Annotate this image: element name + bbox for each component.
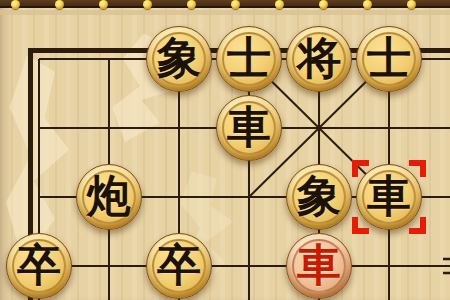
piece-face: 車 — [222, 101, 276, 155]
piece-face: 象 — [292, 170, 346, 224]
gold-stud-icon — [143, 0, 152, 9]
xiangqi-board[interactable]: 象士将士車炮象車卒卒車 — [0, 0, 450, 300]
piece-glyph: 象 — [157, 36, 201, 80]
selection-bracket — [409, 160, 426, 177]
piece-glyph: 象 — [297, 174, 341, 218]
board-frame-bar — [0, 0, 450, 8]
piece-black-advisor[interactable]: 士 — [356, 26, 422, 92]
piece-face: 車 — [292, 239, 346, 293]
piece-face: 車 — [362, 170, 416, 224]
board-frame-strip — [0, 10, 450, 15]
piece-black-chariot[interactable]: 車 — [216, 95, 282, 161]
piece-black-cannon[interactable]: 炮 — [76, 164, 142, 230]
piece-black-soldier[interactable]: 卒 — [146, 233, 212, 299]
piece-glyph: 将 — [297, 36, 341, 80]
piece-face: 将 — [292, 32, 346, 86]
piece-face: 卒 — [12, 239, 66, 293]
piece-glyph: 車 — [367, 174, 411, 218]
piece-face: 士 — [362, 32, 416, 86]
gold-stud-icon — [407, 0, 416, 9]
gold-stud-icon — [11, 0, 20, 9]
piece-glyph: 車 — [227, 105, 271, 149]
piece-glyph: 卒 — [157, 243, 201, 287]
piece-black-elephant[interactable]: 象 — [286, 164, 352, 230]
piece-glyph: 士 — [367, 36, 411, 80]
piece-glyph: 車 — [297, 243, 341, 287]
piece-black-elephant[interactable]: 象 — [146, 26, 212, 92]
piece-face: 士 — [222, 32, 276, 86]
piece-glyph: 卒 — [17, 243, 61, 287]
piece-glyph: 炮 — [87, 174, 131, 218]
gold-stud-icon — [363, 0, 372, 9]
selection-bracket — [352, 160, 369, 177]
piece-face: 卒 — [152, 239, 206, 293]
piece-face: 炮 — [82, 170, 136, 224]
gold-stud-icon — [187, 0, 196, 9]
selection-bracket — [409, 217, 426, 234]
piece-black-general[interactable]: 将 — [286, 26, 352, 92]
selection-bracket — [352, 217, 369, 234]
piece-red-chariot[interactable]: 車 — [286, 233, 352, 299]
gold-stud-icon — [231, 0, 240, 9]
gold-stud-icon — [55, 0, 64, 9]
piece-black-soldier[interactable]: 卒 — [6, 233, 72, 299]
piece-glyph: 士 — [227, 36, 271, 80]
gold-stud-icon — [99, 0, 108, 9]
gold-stud-icon — [275, 0, 284, 9]
piece-black-advisor[interactable]: 士 — [216, 26, 282, 92]
piece-face: 象 — [152, 32, 206, 86]
gold-stud-icon — [319, 0, 328, 9]
